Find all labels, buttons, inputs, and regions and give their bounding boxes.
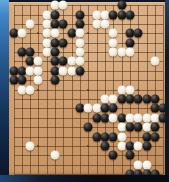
black-stone — [109, 151, 118, 160]
black-stone — [76, 10, 85, 19]
black-stone — [76, 19, 85, 28]
hoshi-point — [37, 145, 39, 147]
white-stone — [76, 29, 85, 38]
black-stone — [26, 48, 35, 57]
black-stone — [134, 29, 143, 38]
grid-line-vertical — [155, 5, 156, 174]
hoshi-point — [87, 89, 89, 91]
white-stone — [26, 85, 35, 94]
hoshi-point — [87, 32, 89, 34]
black-stone — [84, 123, 93, 132]
hoshi-point — [37, 89, 39, 91]
hoshi-point — [137, 89, 139, 91]
white-stone — [51, 151, 60, 160]
black-stone — [17, 76, 26, 85]
hoshi-point — [87, 145, 89, 147]
white-stone — [101, 19, 110, 28]
white-stone — [109, 29, 118, 38]
black-stone — [51, 48, 60, 57]
white-stone — [26, 19, 35, 28]
black-stone — [51, 10, 60, 19]
screen-edge-left — [0, 0, 9, 182]
black-stone — [142, 141, 151, 150]
grid-line-vertical — [97, 5, 98, 174]
black-stone — [59, 19, 68, 28]
white-stone — [76, 38, 85, 47]
screen-edge-bottom — [0, 175, 169, 182]
grid-line-horizontal — [14, 137, 164, 138]
white-stone — [34, 76, 43, 85]
black-stone — [59, 38, 68, 47]
white-stone — [76, 48, 85, 57]
white-stone — [126, 48, 135, 57]
go-board[interactable] — [8, 2, 166, 176]
black-stone — [151, 123, 160, 132]
black-stone — [151, 95, 160, 104]
white-stone — [17, 29, 26, 38]
white-stone — [151, 57, 160, 66]
white-stone — [26, 141, 35, 150]
black-stone — [126, 38, 135, 47]
black-stone — [51, 76, 60, 85]
black-stone — [109, 104, 118, 113]
grid-line-horizontal — [14, 155, 164, 156]
white-stone — [59, 1, 68, 10]
white-stone — [117, 132, 126, 141]
black-stone — [126, 10, 135, 19]
black-stone — [76, 66, 85, 75]
screen-edge-right — [165, 0, 169, 182]
hoshi-point — [37, 32, 39, 34]
black-stone — [126, 151, 135, 160]
white-stone — [76, 57, 85, 66]
white-stone — [142, 160, 151, 169]
screen-background — [0, 0, 169, 182]
black-stone — [151, 132, 160, 141]
white-stone — [109, 38, 118, 47]
white-stone — [126, 85, 135, 94]
black-stone — [117, 1, 126, 10]
white-stone — [34, 66, 43, 75]
white-stone — [51, 29, 60, 38]
black-stone — [101, 141, 110, 150]
white-stone — [34, 57, 43, 66]
